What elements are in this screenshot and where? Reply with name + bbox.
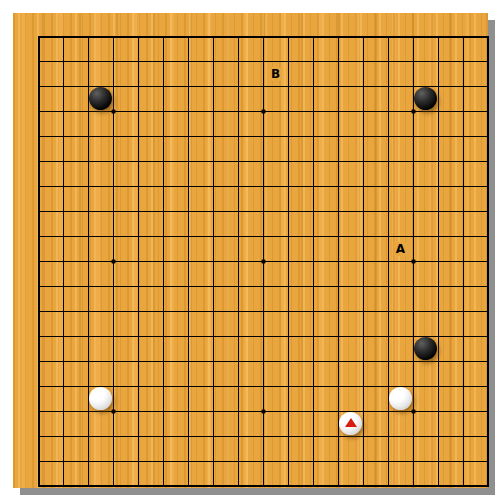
board-intersections[interactable]: AB [13, 11, 488, 486]
black-stone-R6[interactable] [414, 337, 437, 360]
intersection-L17: B [263, 61, 288, 86]
intersection-D4 [88, 386, 113, 411]
black-stone-D16[interactable] [89, 87, 112, 110]
intersection-Q4 [388, 386, 413, 411]
intersection-O3 [338, 411, 363, 436]
intersection-D16 [88, 86, 113, 111]
white-stone-Q4[interactable] [389, 387, 412, 410]
intersection-Q10: A [388, 236, 413, 261]
point-label-A[interactable]: A [394, 242, 407, 256]
point-label-B[interactable]: B [269, 67, 282, 81]
white-stone-O3[interactable] [339, 412, 362, 435]
white-stone-D4[interactable] [89, 387, 112, 410]
intersection-R6 [413, 336, 438, 361]
black-stone-R16[interactable] [414, 87, 437, 110]
intersection-R16 [413, 86, 438, 111]
triangle-marker-icon [345, 418, 357, 427]
go-board-screenshot: AB [0, 0, 500, 500]
